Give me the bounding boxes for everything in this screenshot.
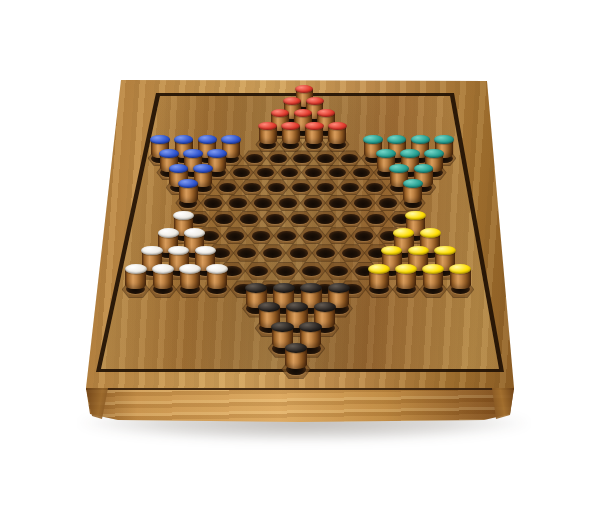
board-hole[interactable] <box>304 198 322 207</box>
board-hole[interactable] <box>366 183 384 192</box>
peg-red-cap <box>283 97 301 105</box>
peg-red-cap <box>281 122 300 130</box>
board-hole[interactable] <box>329 231 348 241</box>
peg-blue-cap <box>178 179 198 188</box>
board-hole[interactable] <box>290 248 309 258</box>
peg-blue-cap <box>150 135 169 144</box>
board-hole[interactable] <box>354 198 372 207</box>
board-hole[interactable] <box>257 168 274 177</box>
peg-blue-cap <box>174 135 193 144</box>
board-hole[interactable] <box>266 214 284 223</box>
board-hole[interactable] <box>293 154 310 163</box>
board-hole[interactable] <box>276 266 295 276</box>
peg-yellow-cap <box>408 246 429 256</box>
board-hole[interactable] <box>367 214 385 223</box>
peg-blue-cap <box>198 135 217 144</box>
board-hole[interactable] <box>219 183 237 192</box>
board-hole[interactable] <box>263 248 282 258</box>
peg-teal-cap <box>400 149 420 158</box>
peg-yellow-cap <box>420 228 441 238</box>
peg-white-cap <box>152 264 174 274</box>
peg-blue-cap <box>221 135 240 144</box>
peg-yellow-cap <box>422 264 444 274</box>
board-hole[interactable] <box>279 198 297 207</box>
board-hole[interactable] <box>215 214 233 223</box>
board-hole[interactable] <box>303 231 322 241</box>
board-hole[interactable] <box>268 183 286 192</box>
peg-red-cap <box>306 97 324 105</box>
peg-white-cap <box>125 264 147 274</box>
peg-blue-cap <box>207 149 227 158</box>
board-hole[interactable] <box>249 266 268 276</box>
product-photo-chinese-checkers <box>0 0 600 506</box>
board-hole[interactable] <box>229 198 247 207</box>
board-hole[interactable] <box>243 183 261 192</box>
board-hole[interactable] <box>316 248 335 258</box>
board-hole[interactable] <box>341 183 359 192</box>
board-hole[interactable] <box>226 231 245 241</box>
peg-yellow-cap <box>368 264 390 274</box>
board-hole[interactable] <box>317 183 335 192</box>
board-hole[interactable] <box>341 154 358 163</box>
peg-red-cap <box>258 122 277 130</box>
peg-white-cap <box>141 246 162 256</box>
board-hole[interactable] <box>316 214 334 223</box>
board-hole[interactable] <box>277 231 296 241</box>
peg-blue-cap <box>183 149 203 158</box>
board-hole[interactable] <box>305 168 322 177</box>
board-hole[interactable] <box>379 198 397 207</box>
peg-black-cap <box>245 283 267 293</box>
board-hole[interactable] <box>302 266 321 276</box>
board-hole[interactable] <box>355 231 374 241</box>
board-hole[interactable] <box>237 248 256 258</box>
peg-black-cap <box>328 283 350 293</box>
board-hole[interactable] <box>240 214 258 223</box>
peg-blue-cap <box>193 164 213 173</box>
peg-blue-cap <box>169 164 189 173</box>
board-hole[interactable] <box>233 168 250 177</box>
peg-white-cap <box>158 228 179 238</box>
peg-black-cap <box>300 283 322 293</box>
peg-yellow-cap <box>434 246 455 256</box>
peg-red-cap <box>305 122 324 130</box>
peg-blue-cap <box>159 149 179 158</box>
board-hole[interactable] <box>246 154 263 163</box>
board-hole[interactable] <box>254 198 272 207</box>
peg-red-cap <box>328 122 347 130</box>
peg-white-cap <box>206 264 228 274</box>
board-hole[interactable] <box>281 168 298 177</box>
board-hole[interactable] <box>252 231 271 241</box>
board-hole[interactable] <box>204 198 222 207</box>
peg-teal-cap <box>414 164 434 173</box>
peg-yellow-cap <box>395 264 417 274</box>
board-hole[interactable] <box>329 198 347 207</box>
peg-yellow-cap <box>393 228 414 238</box>
chinese-checkers-board <box>0 0 600 506</box>
peg-teal-cap <box>411 135 430 144</box>
peg-yellow-cap <box>449 264 471 274</box>
peg-teal-cap <box>434 135 453 144</box>
board-hole[interactable] <box>329 266 348 276</box>
peg-teal-cap <box>376 149 396 158</box>
board-hole[interactable] <box>292 183 310 192</box>
board-hole[interactable] <box>270 154 287 163</box>
peg-teal-cap <box>403 179 423 188</box>
board-hole[interactable] <box>291 214 309 223</box>
board-hole[interactable] <box>342 248 361 258</box>
board-hole[interactable] <box>317 154 334 163</box>
peg-teal-cap <box>389 164 409 173</box>
peg-black-cap <box>273 283 295 293</box>
board-hole[interactable] <box>342 214 360 223</box>
peg-white-cap <box>184 228 205 238</box>
peg-white-cap <box>179 264 201 274</box>
peg-black-cap <box>271 322 294 332</box>
peg-teal-cap <box>387 135 406 144</box>
peg-teal-cap <box>363 135 382 144</box>
peg-red-cap <box>317 109 336 117</box>
peg-teal-cap <box>424 149 444 158</box>
peg-red-cap <box>295 85 313 93</box>
